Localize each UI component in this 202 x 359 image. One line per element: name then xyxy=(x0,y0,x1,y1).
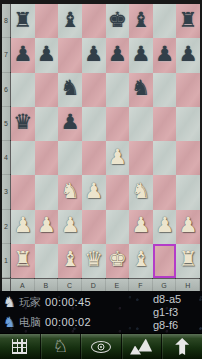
white-knight: ♞ xyxy=(132,181,151,202)
black-knight: ♞ xyxy=(61,78,80,99)
pieces-button[interactable] xyxy=(121,334,162,359)
board-corner xyxy=(2,278,11,291)
move-entry: d8-a5 xyxy=(153,293,199,306)
pieces-icon xyxy=(130,339,153,355)
white-pawn: ♟ xyxy=(108,147,127,168)
file-label-e: E xyxy=(106,278,130,291)
square-h5[interactable] xyxy=(176,107,200,141)
black-bishop: ♝ xyxy=(61,10,80,31)
square-b7[interactable]: ♟ xyxy=(35,38,59,72)
square-g7[interactable]: ♟ xyxy=(153,38,177,72)
square-b8[interactable] xyxy=(35,4,59,38)
blue-knight-icon: ♞ xyxy=(2,315,17,329)
up-button[interactable] xyxy=(161,334,202,359)
square-c4[interactable] xyxy=(58,141,82,175)
computer-clock: 00:00:02 xyxy=(45,316,91,328)
square-a7[interactable]: ♟ xyxy=(11,38,35,72)
square-a3[interactable] xyxy=(11,175,35,209)
knight-icon: ♘ xyxy=(53,338,68,355)
rank-label-7: 7 xyxy=(2,38,11,72)
file-label-h: H xyxy=(176,278,200,291)
file-label-d: D xyxy=(82,278,106,291)
square-d4[interactable] xyxy=(82,141,106,175)
rank-label-5: 5 xyxy=(2,107,11,141)
player-row-computer: ♞ 电脑 00:00:02 xyxy=(2,312,91,332)
square-g4[interactable] xyxy=(153,141,177,175)
move-entry: g1-f3 xyxy=(153,306,199,319)
file-label-c: C xyxy=(58,278,82,291)
status-panel: ♞ 玩家 00:00:45 ♞ 电脑 00:00:02 d8-a5 g1-f3 … xyxy=(0,291,202,333)
new-game-button[interactable]: ♘ xyxy=(40,334,81,359)
rank-label-4: 4 xyxy=(2,141,11,175)
chess-app: 8♜♝♚♝♜7♟♟♟♟♟♟♟6♞♞5♛♟4♟3♞♟♞2♟♟♟♟♟♟1♜♝♛♚♝♜… xyxy=(0,0,202,359)
square-b3[interactable] xyxy=(35,175,59,209)
square-e5[interactable] xyxy=(106,107,130,141)
square-a6[interactable] xyxy=(11,73,35,107)
eye-icon xyxy=(91,341,111,353)
square-b2[interactable]: ♟ xyxy=(35,210,59,244)
square-c2[interactable]: ♟ xyxy=(58,210,82,244)
square-g2[interactable]: ♟ xyxy=(153,210,177,244)
black-pawn: ♟ xyxy=(37,44,56,65)
white-bishop: ♝ xyxy=(132,249,151,270)
up-arrow-icon xyxy=(175,338,189,355)
square-f4[interactable] xyxy=(129,141,153,175)
grid-menu-icon xyxy=(12,339,27,354)
white-rook: ♜ xyxy=(179,249,198,270)
computer-name: 电脑 xyxy=(19,315,41,330)
view-button[interactable] xyxy=(80,334,121,359)
black-pawn: ♟ xyxy=(13,44,32,65)
chess-board: 8♜♝♚♝♜7♟♟♟♟♟♟♟6♞♞5♛♟4♟3♞♟♞2♟♟♟♟♟♟1♜♝♛♚♝♜… xyxy=(0,0,202,291)
square-e1[interactable]: ♚ xyxy=(106,244,130,278)
toolbar: ♘ xyxy=(0,333,202,359)
square-c1[interactable]: ♝ xyxy=(58,244,82,278)
white-queen: ♛ xyxy=(84,249,103,270)
square-a1[interactable]: ♜ xyxy=(11,244,35,278)
rank-label-6: 6 xyxy=(2,73,11,107)
square-g5[interactable] xyxy=(153,107,177,141)
square-a5[interactable]: ♛ xyxy=(11,107,35,141)
white-pawn: ♟ xyxy=(155,215,174,236)
white-bishop: ♝ xyxy=(61,249,80,270)
black-knight: ♞ xyxy=(132,78,151,99)
square-e2[interactable] xyxy=(106,210,130,244)
player-row-human: ♞ 玩家 00:00:45 xyxy=(2,292,91,312)
white-pawn: ♟ xyxy=(13,215,32,236)
square-c8[interactable]: ♝ xyxy=(58,4,82,38)
square-b5[interactable] xyxy=(35,107,59,141)
black-bishop: ♝ xyxy=(132,10,151,31)
square-b6[interactable] xyxy=(35,73,59,107)
move-list: d8-a5 g1-f3 g8-f6 xyxy=(153,293,199,332)
board-grid: 8♜♝♚♝♜7♟♟♟♟♟♟♟6♞♞5♛♟4♟3♞♟♞2♟♟♟♟♟♟1♜♝♛♚♝♜… xyxy=(2,4,200,291)
square-d7[interactable]: ♟ xyxy=(82,38,106,72)
square-h4[interactable] xyxy=(176,141,200,175)
black-pawn: ♟ xyxy=(84,44,103,65)
square-d6[interactable] xyxy=(82,73,106,107)
square-e7[interactable]: ♟ xyxy=(106,38,130,72)
black-pawn: ♟ xyxy=(179,44,198,65)
square-f1[interactable]: ♝ xyxy=(129,244,153,278)
square-d8[interactable] xyxy=(82,4,106,38)
square-h8[interactable]: ♜ xyxy=(176,4,200,38)
square-e6[interactable] xyxy=(106,73,130,107)
black-pawn: ♟ xyxy=(155,44,174,65)
square-h2[interactable]: ♟ xyxy=(176,210,200,244)
black-queen: ♛ xyxy=(13,112,32,133)
square-c5[interactable]: ♟ xyxy=(58,107,82,141)
file-label-b: B xyxy=(35,278,59,291)
white-rook: ♜ xyxy=(13,249,32,270)
square-h7[interactable]: ♟ xyxy=(176,38,200,72)
square-g1[interactable] xyxy=(153,244,177,278)
black-rook: ♜ xyxy=(13,10,32,31)
square-d5[interactable] xyxy=(82,107,106,141)
menu-button[interactable] xyxy=(0,334,40,359)
black-pawn: ♟ xyxy=(108,44,127,65)
white-pawn: ♟ xyxy=(132,215,151,236)
square-d2[interactable] xyxy=(82,210,106,244)
square-h6[interactable] xyxy=(176,73,200,107)
white-king: ♚ xyxy=(108,249,127,270)
square-a4[interactable] xyxy=(11,141,35,175)
rank-label-2: 2 xyxy=(2,210,11,244)
square-f7[interactable]: ♟ xyxy=(129,38,153,72)
square-h1[interactable]: ♜ xyxy=(176,244,200,278)
rank-label-1: 1 xyxy=(2,244,11,278)
square-e4[interactable]: ♟ xyxy=(106,141,130,175)
square-c7[interactable] xyxy=(58,38,82,72)
square-c3[interactable]: ♞ xyxy=(58,175,82,209)
black-pawn: ♟ xyxy=(61,112,80,133)
square-d1[interactable]: ♛ xyxy=(82,244,106,278)
white-pawn: ♟ xyxy=(84,181,103,202)
file-label-f: F xyxy=(129,278,153,291)
square-g6[interactable] xyxy=(153,73,177,107)
square-c6[interactable]: ♞ xyxy=(58,73,82,107)
square-h3[interactable] xyxy=(176,175,200,209)
square-f5[interactable] xyxy=(129,107,153,141)
square-g3[interactable] xyxy=(153,175,177,209)
square-b4[interactable] xyxy=(35,141,59,175)
player-clocks: ♞ 玩家 00:00:45 ♞ 电脑 00:00:02 xyxy=(2,292,91,332)
white-knight: ♞ xyxy=(61,181,80,202)
player-clock: 00:00:45 xyxy=(45,296,91,308)
square-f6[interactable]: ♞ xyxy=(129,73,153,107)
square-e3[interactable] xyxy=(106,175,130,209)
file-label-a: A xyxy=(11,278,35,291)
file-label-g: G xyxy=(153,278,177,291)
square-f2[interactable]: ♟ xyxy=(129,210,153,244)
square-g8[interactable] xyxy=(153,4,177,38)
white-pawn: ♟ xyxy=(61,215,80,236)
player-name: 玩家 xyxy=(19,295,41,310)
rank-label-8: 8 xyxy=(2,4,11,38)
rank-label-3: 3 xyxy=(2,175,11,209)
square-f3[interactable]: ♞ xyxy=(129,175,153,209)
square-e8[interactable]: ♚ xyxy=(106,4,130,38)
square-d3[interactable]: ♟ xyxy=(82,175,106,209)
square-b1[interactable] xyxy=(35,244,59,278)
square-a8[interactable]: ♜ xyxy=(11,4,35,38)
black-rook: ♜ xyxy=(179,10,198,31)
white-pawn: ♟ xyxy=(37,215,56,236)
white-pawn: ♟ xyxy=(179,215,198,236)
white-knight-icon: ♞ xyxy=(2,295,17,309)
square-f8[interactable]: ♝ xyxy=(129,4,153,38)
square-a2[interactable]: ♟ xyxy=(11,210,35,244)
move-entry: g8-f6 xyxy=(153,319,199,332)
black-pawn: ♟ xyxy=(132,44,151,65)
black-king: ♚ xyxy=(108,10,127,31)
